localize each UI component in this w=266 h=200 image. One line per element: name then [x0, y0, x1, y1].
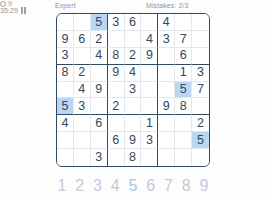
cell-r4c5[interactable]: 4 — [125, 65, 142, 82]
cell-r6c8[interactable]: 8 — [175, 98, 192, 115]
hint-count: 9 — [8, 0, 12, 7]
cell-r7c7[interactable] — [158, 115, 175, 132]
cell-r8c6[interactable]: 3 — [141, 132, 158, 149]
cell-r5c2[interactable]: 4 — [74, 82, 91, 99]
pause-icon — [21, 7, 23, 14]
sudoku-board: 5364962437348296829413493575329846126935… — [56, 13, 210, 167]
cell-r8c5[interactable]: 9 — [125, 132, 142, 149]
cell-r5c4[interactable] — [108, 82, 125, 99]
cell-r2c1[interactable]: 9 — [57, 31, 74, 48]
cell-r8c3[interactable] — [91, 132, 108, 149]
cell-r2c9[interactable] — [192, 31, 209, 48]
numpad-digit-7[interactable]: 7 — [163, 178, 175, 194]
cell-r7c9[interactable]: 2 — [192, 115, 209, 132]
cell-r9c3[interactable]: 3 — [91, 149, 108, 166]
cell-r4c9[interactable]: 3 — [192, 65, 209, 82]
cell-r4c2[interactable]: 2 — [74, 65, 91, 82]
pause-icon — [24, 7, 26, 14]
cell-r5c8[interactable]: 5 — [175, 82, 192, 99]
cell-r5c3[interactable]: 9 — [91, 82, 108, 99]
difficulty-label[interactable]: Expert — [55, 2, 76, 9]
numpad-digit-3[interactable]: 3 — [92, 178, 104, 194]
cell-r9c5[interactable]: 8 — [125, 149, 142, 166]
cell-r2c7[interactable]: 3 — [158, 31, 175, 48]
cell-r6c2[interactable]: 3 — [74, 98, 91, 115]
cell-r3c5[interactable]: 2 — [125, 48, 142, 65]
cell-r7c1[interactable]: 4 — [57, 115, 74, 132]
cell-r8c9[interactable]: 5 — [192, 132, 209, 149]
cell-r6c5[interactable] — [125, 98, 142, 115]
cell-r2c6[interactable]: 4 — [141, 31, 158, 48]
hint-counter[interactable]: 9 — [0, 0, 266, 7]
cell-r6c6[interactable] — [141, 98, 158, 115]
cell-r2c4[interactable] — [108, 31, 125, 48]
cell-r7c3[interactable]: 6 — [91, 115, 108, 132]
cell-r5c9[interactable]: 7 — [192, 82, 209, 99]
cell-r8c4[interactable]: 6 — [108, 132, 125, 149]
cell-r1c8[interactable] — [175, 14, 192, 31]
cell-r3c1[interactable]: 3 — [57, 48, 74, 65]
cell-r9c7[interactable] — [158, 149, 175, 166]
timer-value: 35:29 — [0, 7, 18, 14]
cell-r1c4[interactable]: 3 — [108, 14, 125, 31]
number-pad: 123456789 — [56, 176, 210, 196]
numpad-digit-9[interactable]: 9 — [198, 178, 210, 194]
cell-r7c5[interactable] — [125, 115, 142, 132]
cell-r1c1[interactable] — [57, 14, 74, 31]
cell-r3c6[interactable]: 9 — [141, 48, 158, 65]
cell-r4c7[interactable] — [158, 65, 175, 82]
top-bar: Expert 9 Mistakes: 2/3 35:29 — [0, 0, 266, 13]
cell-r1c5[interactable]: 6 — [125, 14, 142, 31]
numpad-digit-6[interactable]: 6 — [145, 178, 157, 194]
cell-r3c2[interactable] — [74, 48, 91, 65]
numpad-digit-2[interactable]: 2 — [74, 178, 86, 194]
cell-r4c3[interactable] — [91, 65, 108, 82]
cell-r5c6[interactable] — [141, 82, 158, 99]
cell-r9c4[interactable] — [108, 149, 125, 166]
numpad-digit-4[interactable]: 4 — [109, 178, 121, 194]
cell-r7c2[interactable] — [74, 115, 91, 132]
cell-r3c7[interactable] — [158, 48, 175, 65]
cell-r3c9[interactable] — [192, 48, 209, 65]
cell-r5c7[interactable] — [158, 82, 175, 99]
cell-r8c2[interactable] — [74, 132, 91, 149]
cell-r2c5[interactable] — [125, 31, 142, 48]
mistakes-counter: Mistakes: 2/3 — [146, 2, 189, 9]
cell-r6c9[interactable] — [192, 98, 209, 115]
cell-r9c1[interactable] — [57, 149, 74, 166]
numpad-digit-5[interactable]: 5 — [127, 178, 139, 194]
hint-icon — [0, 1, 6, 7]
cell-r1c2[interactable] — [74, 14, 91, 31]
cell-r1c3[interactable]: 5 — [91, 14, 108, 31]
cell-r9c6[interactable] — [141, 149, 158, 166]
cell-r3c3[interactable]: 4 — [91, 48, 108, 65]
cell-r7c8[interactable] — [175, 115, 192, 132]
cell-r8c8[interactable] — [175, 132, 192, 149]
cell-r6c7[interactable]: 9 — [158, 98, 175, 115]
cell-r7c4[interactable] — [108, 115, 125, 132]
cell-r3c4[interactable]: 8 — [108, 48, 125, 65]
cell-r8c1[interactable] — [57, 132, 74, 149]
numpad-digit-8[interactable]: 8 — [180, 178, 192, 194]
pause-button[interactable] — [21, 7, 26, 14]
cell-r8c7[interactable] — [158, 132, 175, 149]
cell-r5c5[interactable]: 3 — [125, 82, 142, 99]
cell-r3c8[interactable]: 6 — [175, 48, 192, 65]
cell-r2c2[interactable]: 6 — [74, 31, 91, 48]
numpad-digit-1[interactable]: 1 — [56, 178, 68, 194]
cell-r6c4[interactable]: 2 — [108, 98, 125, 115]
cell-r2c8[interactable]: 7 — [175, 31, 192, 48]
cell-r4c8[interactable]: 1 — [175, 65, 192, 82]
cell-r4c6[interactable] — [141, 65, 158, 82]
cell-r6c1[interactable]: 5 — [57, 98, 74, 115]
cell-r9c8[interactable] — [175, 149, 192, 166]
cell-r7c6[interactable]: 1 — [141, 115, 158, 132]
cell-r9c2[interactable] — [74, 149, 91, 166]
cell-r1c9[interactable] — [192, 14, 209, 31]
cell-r5c1[interactable] — [57, 82, 74, 99]
cell-r9c9[interactable] — [192, 149, 209, 166]
cell-r4c1[interactable]: 8 — [57, 65, 74, 82]
cell-r4c4[interactable]: 9 — [108, 65, 125, 82]
cell-r6c3[interactable] — [91, 98, 108, 115]
cell-r1c7[interactable]: 4 — [158, 14, 175, 31]
cell-r1c6[interactable] — [141, 14, 158, 31]
cell-r2c3[interactable]: 2 — [91, 31, 108, 48]
